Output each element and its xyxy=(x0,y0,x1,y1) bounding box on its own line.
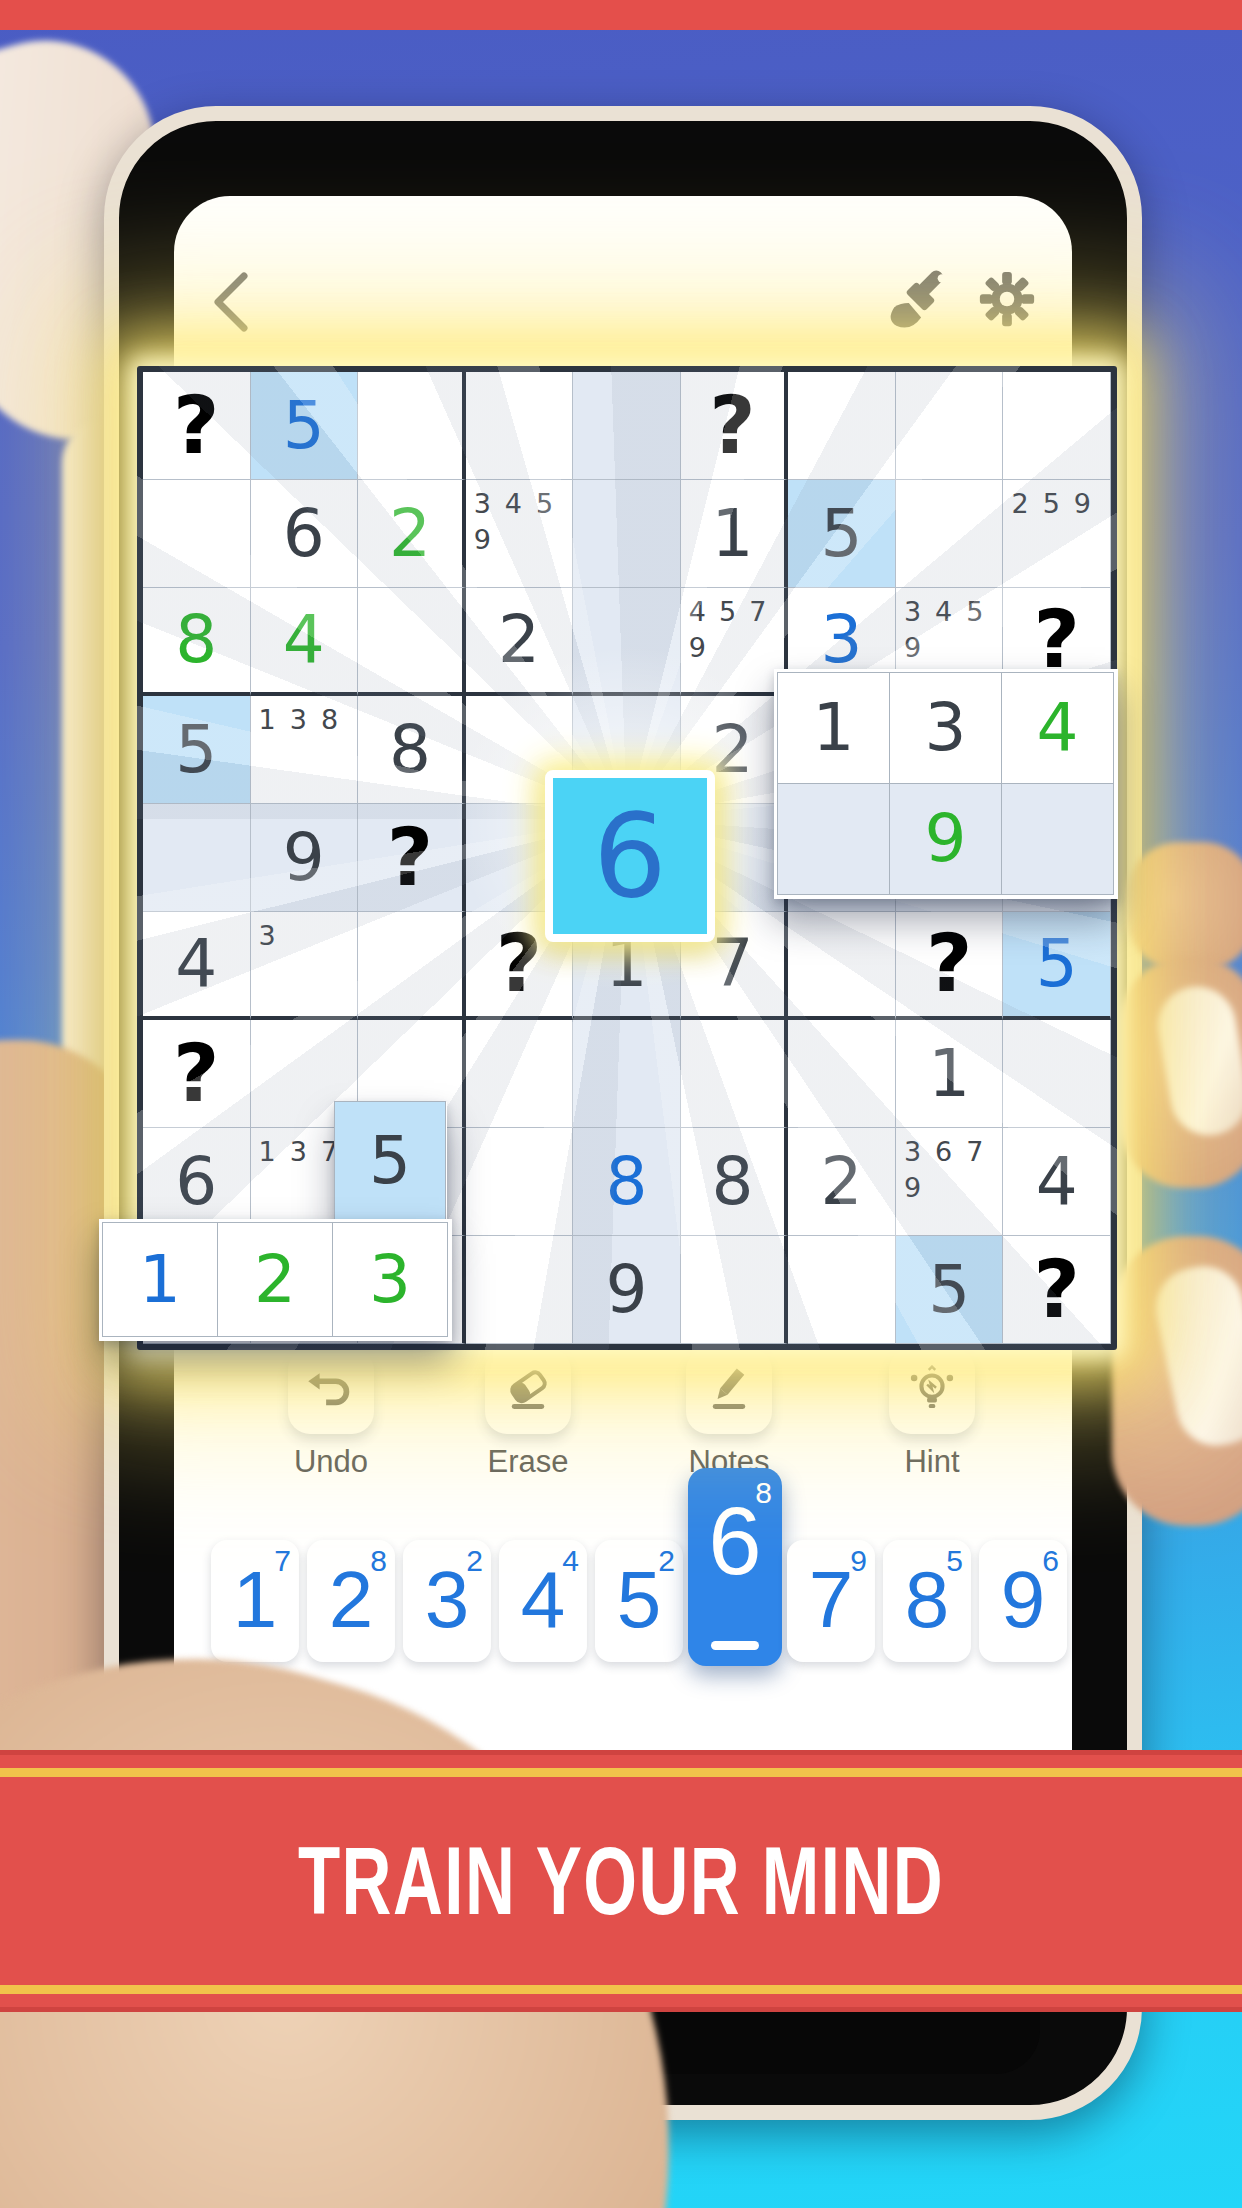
undo-button[interactable] xyxy=(288,1348,374,1434)
fingertip-right-1 xyxy=(1126,842,1242,970)
banner: TRAIN YOUR MIND xyxy=(0,1750,1242,2012)
cell-r3c4[interactable]: 2 xyxy=(466,588,574,696)
cell-r5c2[interactable]: 9 xyxy=(251,804,359,912)
cell-r6c9[interactable]: 5 xyxy=(1003,912,1111,1020)
selected-key-underline xyxy=(711,1641,759,1650)
cell-r1c4[interactable] xyxy=(466,372,574,480)
lightbulb-icon xyxy=(906,1365,958,1417)
cell-r2c7[interactable]: 5 xyxy=(788,480,896,588)
pencil-icon xyxy=(703,1365,755,1417)
popout-right-cell-1-2: 3 xyxy=(889,672,1002,784)
cell-r7c4[interactable] xyxy=(466,1020,574,1128)
popout-bottom-cell-2: 2 xyxy=(217,1222,333,1337)
cell-r7c5[interactable] xyxy=(573,1020,681,1128)
cell-r7c7[interactable] xyxy=(788,1020,896,1128)
cell-r1c7[interactable] xyxy=(788,372,896,480)
numpad-key-1[interactable]: 17 xyxy=(211,1540,299,1662)
cell-r1c3[interactable] xyxy=(358,372,466,480)
cell-r7c1[interactable]: ? xyxy=(143,1020,251,1128)
hint-button[interactable] xyxy=(889,1348,975,1434)
cell-r8c6[interactable]: 8 xyxy=(681,1128,789,1236)
cell-r2c9[interactable]: 259 xyxy=(1003,480,1111,588)
numpad-key-5[interactable]: 52 xyxy=(595,1540,683,1662)
cell-r1c9[interactable] xyxy=(1003,372,1111,480)
cell-r6c8[interactable]: ? xyxy=(896,912,1004,1020)
cell-r9c7[interactable] xyxy=(788,1236,896,1344)
popout-five-cell: 5 xyxy=(335,1102,447,1222)
cell-r1c8[interactable] xyxy=(896,372,1004,480)
cell-r7c8[interactable]: 1 xyxy=(896,1020,1004,1128)
cell-r2c6[interactable]: 1 xyxy=(681,480,789,588)
cell-r8c7[interactable]: 2 xyxy=(788,1128,896,1236)
cell-r7c6[interactable] xyxy=(681,1020,789,1128)
cell-r6c7[interactable] xyxy=(788,912,896,1020)
cell-r2c1[interactable] xyxy=(143,480,251,588)
hint-value: 6 xyxy=(593,798,667,914)
cell-r5c1[interactable] xyxy=(143,804,251,912)
cell-r8c5[interactable]: 8 xyxy=(573,1128,681,1236)
cell-r1c1[interactable]: ? xyxy=(143,372,251,480)
cell-r2c3[interactable]: 2 xyxy=(358,480,466,588)
fingernail xyxy=(1148,1259,1242,1453)
undo-icon xyxy=(308,1373,319,1389)
cell-r4c3[interactable]: 8 xyxy=(358,696,466,804)
cell-r1c2[interactable]: 5 xyxy=(251,372,359,480)
cell-r1c5[interactable] xyxy=(573,372,681,480)
cell-r8c4[interactable] xyxy=(466,1128,574,1236)
numpad-key-2[interactable]: 28 xyxy=(307,1540,395,1662)
cell-r8c8[interactable]: 3679 xyxy=(896,1128,1004,1236)
cell-r3c1[interactable]: 8 xyxy=(143,588,251,696)
cell-r6c3[interactable] xyxy=(358,912,466,1020)
popout-right-cell-2-3 xyxy=(1001,783,1114,895)
cell-r9c5[interactable]: 9 xyxy=(573,1236,681,1344)
cell-r3c2[interactable]: 4 xyxy=(251,588,359,696)
cell-r2c5[interactable] xyxy=(573,480,681,588)
undo-label: Undo xyxy=(241,1444,421,1480)
cell-r9c4[interactable] xyxy=(466,1236,574,1344)
cell-r3c5[interactable] xyxy=(573,588,681,696)
cell-r6c2[interactable]: 3 xyxy=(251,912,359,1020)
cell-r3c3[interactable] xyxy=(358,588,466,696)
hint-cell[interactable]: 6 xyxy=(545,770,715,942)
fingertip-right-3 xyxy=(1112,1236,1242,1526)
cell-r2c2[interactable]: 6 xyxy=(251,480,359,588)
popout-right-cell-1-1: 1 xyxy=(777,672,890,784)
fingernail xyxy=(1152,980,1242,1141)
top-red-strip xyxy=(0,0,1242,30)
hint-label: Hint xyxy=(842,1444,1022,1480)
sudoku-board[interactable]: 6 1349 5 123 ?5?62345915259842457933459?… xyxy=(137,366,1117,1350)
erase-button[interactable] xyxy=(485,1348,571,1434)
popout-right-cell-2-2: 9 xyxy=(889,783,1002,895)
eraser-icon xyxy=(502,1365,554,1417)
ad-canvas: 6 1349 5 123 ?5?62345915259842457933459?… xyxy=(0,0,1242,2208)
cell-r8c9[interactable]: 4 xyxy=(1003,1128,1111,1236)
popout-bottom-row: 123 xyxy=(99,1219,452,1341)
cell-r6c1[interactable]: 4 xyxy=(143,912,251,1020)
paintbrush-icon[interactable] xyxy=(884,268,950,334)
popout-right-cell-1-3: 4 xyxy=(1001,672,1114,784)
popout-five-value: 5 xyxy=(334,1101,446,1221)
cell-r2c8[interactable] xyxy=(896,480,1004,588)
cell-r3c6[interactable]: 4579 xyxy=(681,588,789,696)
numpad-key-3[interactable]: 32 xyxy=(403,1540,491,1662)
numpad-key-4[interactable]: 44 xyxy=(499,1540,587,1662)
cell-r2c4[interactable]: 3459 xyxy=(466,480,574,588)
cell-r7c9[interactable] xyxy=(1003,1020,1111,1128)
popout-right-cell-2-1 xyxy=(777,783,890,895)
popout-bottom-cell-3: 3 xyxy=(332,1222,448,1337)
notes-button[interactable] xyxy=(686,1348,772,1434)
cell-r9c9[interactable]: ? xyxy=(1003,1236,1111,1344)
fingertip-right-2 xyxy=(1120,958,1242,1188)
cell-r4c2[interactable]: 138 xyxy=(251,696,359,804)
banner-text: TRAIN YOUR MIND xyxy=(174,1750,1068,2012)
numpad-key-9[interactable]: 96 xyxy=(979,1540,1067,1662)
numpad-key-6[interactable]: 68 xyxy=(688,1468,782,1666)
numpad-key-8[interactable]: 85 xyxy=(883,1540,971,1662)
numpad-key-7[interactable]: 79 xyxy=(787,1540,875,1662)
cell-r9c6[interactable] xyxy=(681,1236,789,1344)
back-icon[interactable] xyxy=(208,270,254,334)
gear-icon[interactable] xyxy=(976,268,1038,330)
popout-bottom-cell-1: 1 xyxy=(102,1222,218,1337)
popout-right: 1349 xyxy=(774,669,1118,899)
cell-r5c3[interactable]: ? xyxy=(358,804,466,912)
cell-r9c8[interactable]: 5 xyxy=(896,1236,1004,1344)
cell-r1c6[interactable]: ? xyxy=(681,372,789,480)
erase-label: Erase xyxy=(438,1444,618,1480)
cell-r4c1[interactable]: 5 xyxy=(143,696,251,804)
